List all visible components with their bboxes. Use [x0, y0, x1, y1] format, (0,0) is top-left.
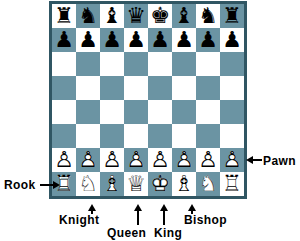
square-h2: ♟♙: [220, 148, 244, 172]
white-pawn-piece: ♙: [148, 148, 172, 172]
square-a3: [52, 124, 76, 148]
black-knight-piece: ♞: [196, 4, 220, 28]
white-bishop-piece: ♗: [100, 172, 124, 196]
square-e8: ♚: [148, 4, 172, 28]
square-g6: [196, 52, 220, 76]
square-h5: [220, 76, 244, 100]
square-h4: [220, 100, 244, 124]
rook-arrow-line: [40, 184, 53, 186]
king-arrow-line: [163, 210, 165, 225]
square-d1: ♛♕: [124, 172, 148, 196]
black-bishop-piece: ♝: [172, 4, 196, 28]
square-c3: [100, 124, 124, 148]
square-f1: ♝♗: [172, 172, 196, 196]
black-pawn-piece: ♟: [76, 28, 100, 52]
black-knight-piece: ♞: [76, 4, 100, 28]
square-h3: [220, 124, 244, 148]
square-e6: [148, 52, 172, 76]
square-e3: [148, 124, 172, 148]
square-b7: ♟: [76, 28, 100, 52]
black-pawn-piece: ♟: [172, 28, 196, 52]
white-pawn-piece: ♙: [172, 148, 196, 172]
square-g1: ♞♘: [196, 172, 220, 196]
square-a6: [52, 52, 76, 76]
square-f3: [172, 124, 196, 148]
white-pawn-piece: ♙: [196, 148, 220, 172]
king-label: King: [154, 226, 182, 240]
square-f4: [172, 100, 196, 124]
white-pawn-piece: ♙: [220, 148, 244, 172]
square-f6: [172, 52, 196, 76]
rook-label: Rook: [4, 178, 36, 192]
square-f5: [172, 76, 196, 100]
square-h7: ♟: [220, 28, 244, 52]
black-bishop-piece: ♝: [100, 4, 124, 28]
black-pawn-piece: ♟: [196, 28, 220, 52]
white-pawn-piece: ♙: [124, 148, 148, 172]
square-b3: [76, 124, 100, 148]
rook-arrow-icon: [53, 181, 60, 189]
square-g7: ♟: [196, 28, 220, 52]
square-c6: [100, 52, 124, 76]
knight-arrow-line: [91, 210, 93, 214]
square-d7: ♟: [124, 28, 148, 52]
pawn-label: Pawn: [263, 154, 296, 168]
square-c5: [100, 76, 124, 100]
square-g3: [196, 124, 220, 148]
square-b5: [76, 76, 100, 100]
bishop-arrow-line: [191, 210, 193, 214]
white-pawn-piece: ♙: [76, 148, 100, 172]
knight-label: Knight: [59, 213, 99, 227]
black-rook-piece: ♜: [220, 4, 244, 28]
square-e4: [148, 100, 172, 124]
square-a5: [52, 76, 76, 100]
square-h8: ♜: [220, 4, 244, 28]
square-g8: ♞: [196, 4, 220, 28]
square-c1: ♝♗: [100, 172, 124, 196]
square-b2: ♟♙: [76, 148, 100, 172]
square-h6: [220, 52, 244, 76]
square-a4: [52, 100, 76, 124]
queen-arrow-line: [137, 210, 139, 225]
square-h1: ♜♖: [220, 172, 244, 196]
white-king-piece: ♔: [148, 172, 172, 196]
black-pawn-piece: ♟: [124, 28, 148, 52]
white-pawn-piece: ♙: [52, 148, 76, 172]
square-a2: ♟♙: [52, 148, 76, 172]
square-f2: ♟♙: [172, 148, 196, 172]
square-b8: ♞: [76, 4, 100, 28]
square-f7: ♟: [172, 28, 196, 52]
square-e2: ♟♙: [148, 148, 172, 172]
white-knight-piece: ♘: [76, 172, 100, 196]
square-b4: [76, 100, 100, 124]
square-g4: [196, 100, 220, 124]
chess-board: ♜♞♝♛♚♝♞♜♟♟♟♟♟♟♟♟♟♙♟♙♟♙♟♙♟♙♟♙♟♙♟♙♜♖♞♘♝♗♛♕…: [49, 1, 247, 199]
white-knight-piece: ♘: [196, 172, 220, 196]
square-f8: ♝: [172, 4, 196, 28]
square-d5: [124, 76, 148, 100]
white-bishop-piece: ♗: [172, 172, 196, 196]
bishop-label: Bishop: [184, 213, 227, 227]
square-d3: [124, 124, 148, 148]
black-rook-piece: ♜: [52, 4, 76, 28]
queen-label: Queen: [107, 226, 146, 240]
square-c7: ♟: [100, 28, 124, 52]
black-pawn-piece: ♟: [220, 28, 244, 52]
square-c8: ♝: [100, 4, 124, 28]
pawn-arrow-icon: [246, 156, 253, 164]
square-a7: ♟: [52, 28, 76, 52]
black-pawn-piece: ♟: [100, 28, 124, 52]
square-d4: [124, 100, 148, 124]
square-b6: [76, 52, 100, 76]
black-pawn-piece: ♟: [148, 28, 172, 52]
square-c2: ♟♙: [100, 148, 124, 172]
black-queen-piece: ♛: [124, 4, 148, 28]
square-d6: [124, 52, 148, 76]
pawn-arrow-line: [253, 159, 262, 161]
square-d2: ♟♙: [124, 148, 148, 172]
square-d8: ♛: [124, 4, 148, 28]
black-king-piece: ♚: [148, 4, 172, 28]
square-g5: [196, 76, 220, 100]
square-e1: ♚♔: [148, 172, 172, 196]
square-b1: ♞♘: [76, 172, 100, 196]
chess-diagram: ♜♞♝♛♚♝♞♜♟♟♟♟♟♟♟♟♟♙♟♙♟♙♟♙♟♙♟♙♟♙♟♙♜♖♞♘♝♗♛♕…: [0, 0, 300, 241]
white-rook-piece: ♖: [220, 172, 244, 196]
white-queen-piece: ♕: [124, 172, 148, 196]
square-e7: ♟: [148, 28, 172, 52]
square-g2: ♟♙: [196, 148, 220, 172]
square-e5: [148, 76, 172, 100]
black-pawn-piece: ♟: [52, 28, 76, 52]
white-pawn-piece: ♙: [100, 148, 124, 172]
square-c4: [100, 100, 124, 124]
square-a8: ♜: [52, 4, 76, 28]
